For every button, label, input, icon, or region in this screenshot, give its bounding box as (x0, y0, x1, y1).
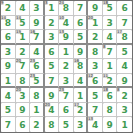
cell-digit: 7 (107, 48, 113, 57)
cell-digit: 4 (63, 19, 69, 28)
cell-r8c4[interactable]: 204 (45, 103, 60, 118)
cell-r7c2[interactable]: 203 (16, 88, 31, 103)
cell-r4c5[interactable]: 1 (59, 45, 74, 60)
cell-digit: 5 (77, 33, 83, 42)
cell-r6c9[interactable]: 9 (117, 74, 132, 89)
cell-digit: 3 (77, 121, 83, 130)
cell-digit: 8 (33, 92, 39, 101)
cell-r2c8[interactable]: 3 (103, 16, 118, 31)
cell-digit: 2 (122, 92, 128, 101)
cell-digit: 1 (5, 77, 11, 86)
cell-r3c9[interactable]: 178 (117, 30, 132, 45)
cell-digit: 8 (5, 19, 11, 28)
cell-r5c2[interactable]: 207 (16, 59, 31, 74)
cell-digit: 6 (122, 4, 128, 13)
cell-r8c1[interactable]: 5 (1, 103, 16, 118)
cell-r7c8[interactable]: 186 (103, 88, 118, 103)
cell-r6c8[interactable]: 112 (103, 74, 118, 89)
cell-r2c3[interactable]: 9 (30, 16, 45, 31)
cell-digit: 7 (48, 77, 54, 86)
cell-r1c2[interactable]: 4 (16, 1, 31, 16)
cell-digit: 3 (48, 33, 54, 42)
killer-sudoku-board: 9243312487918561481459210462013761511673… (0, 0, 133, 133)
cell-digit: 2 (19, 48, 25, 57)
cell-digit: 2 (77, 106, 83, 115)
cell-digit: 7 (92, 106, 98, 115)
cell-digit: 5 (19, 19, 25, 28)
cell-digit: 7 (122, 19, 128, 28)
cell-digit: 3 (33, 4, 39, 13)
cell-digit: 5 (107, 4, 113, 13)
cell-digit: 6 (107, 92, 113, 101)
cell-digit: 1 (63, 48, 69, 57)
cell-digit: 9 (122, 77, 128, 86)
sudoku-grid: 9243312487918561481459210462013761511673… (1, 1, 132, 132)
cell-r5c5[interactable]: 2 (59, 59, 74, 74)
cell-r3c8[interactable]: 4 (103, 30, 118, 45)
cell-digit: 5 (5, 106, 11, 115)
cell-digit: 2 (63, 62, 69, 71)
cell-digit: 9 (5, 62, 11, 71)
cell-r8c6[interactable]: 172 (74, 103, 89, 118)
cell-digit: 6 (19, 121, 25, 130)
cell-digit: 9 (19, 106, 25, 115)
cell-r8c5[interactable]: 6 (59, 103, 74, 118)
cell-digit: 1 (122, 121, 128, 130)
cell-digit: 7 (77, 4, 83, 13)
cell-r2c7[interactable]: 201 (88, 16, 103, 31)
cell-digit: 4 (92, 121, 98, 130)
cell-r7c1[interactable]: 4 (1, 88, 16, 103)
cell-digit: 5 (48, 62, 54, 71)
cell-digit: 9 (107, 121, 113, 130)
cell-r1c5[interactable]: 248 (59, 1, 74, 16)
cell-digit: 6 (92, 77, 98, 86)
cell-r4c8[interactable]: 87 (103, 45, 118, 60)
cell-r9c7[interactable]: 134 (88, 117, 103, 132)
cell-digit: 7 (33, 33, 39, 42)
cell-digit: 4 (33, 48, 39, 57)
cell-digit: 6 (5, 33, 11, 42)
cell-digit: 9 (77, 48, 83, 57)
cell-digit: 1 (48, 4, 54, 13)
cell-r1c9[interactable]: 6 (117, 1, 132, 16)
cage-sum-label: 8 (117, 88, 120, 92)
cell-digit: 6 (33, 62, 39, 71)
cell-digit: 5 (92, 92, 98, 101)
cell-r7c9[interactable]: 82 (117, 88, 132, 103)
cell-r7c7[interactable]: 5 (88, 88, 103, 103)
cell-r5c7[interactable]: 3 (88, 59, 103, 74)
cell-digit: 4 (107, 33, 113, 42)
cell-digit: 6 (77, 19, 83, 28)
cell-r4c7[interactable]: 8 (88, 45, 103, 60)
cell-digit: 1 (77, 92, 83, 101)
cell-digit: 3 (92, 62, 98, 71)
cell-digit: 4 (5, 92, 11, 101)
cell-r9c1[interactable]: 7 (1, 117, 16, 132)
cell-digit: 3 (107, 19, 113, 28)
cell-r4c9[interactable]: 5 (117, 45, 132, 60)
cell-digit: 9 (92, 4, 98, 13)
cell-digit: 8 (92, 48, 98, 57)
cell-digit: 4 (77, 77, 83, 86)
cell-digit: 1 (33, 106, 39, 115)
cell-r9c5[interactable]: 5 (59, 117, 74, 132)
cell-r3c3[interactable]: 167 (30, 30, 45, 45)
cell-r8c9[interactable]: 3 (117, 103, 132, 118)
cell-r3c7[interactable]: 2 (88, 30, 103, 45)
cell-r3c4[interactable]: 3 (45, 30, 60, 45)
cell-r3c6[interactable]: 5 (74, 30, 89, 45)
cell-digit: 3 (122, 106, 128, 115)
cell-r4c6[interactable]: 9 (74, 45, 89, 60)
cell-r6c4[interactable]: 7 (45, 74, 60, 89)
cell-r7c6[interactable]: 1 (74, 88, 89, 103)
cell-digit: 9 (33, 19, 39, 28)
cell-r5c4[interactable]: 5 (45, 59, 60, 74)
cell-r4c1[interactable]: 3 (1, 45, 16, 60)
cell-digit: 9 (48, 92, 54, 101)
cell-r6c7[interactable]: 126 (88, 74, 103, 89)
cell-r3c1[interactable]: 6 (1, 30, 16, 45)
cell-r1c6[interactable]: 7 (74, 1, 89, 16)
cell-digit: 9 (63, 33, 69, 42)
cell-r6c6[interactable]: 4 (74, 74, 89, 89)
cell-r7c5[interactable]: 237 (59, 88, 74, 103)
cell-r2c9[interactable]: 7 (117, 16, 132, 31)
cell-digit: 6 (63, 106, 69, 115)
cell-digit: 1 (107, 62, 113, 71)
cell-r4c4[interactable]: 6 (45, 45, 60, 60)
cell-r7c3[interactable]: 8 (30, 88, 45, 103)
cell-r8c8[interactable]: 8 (103, 103, 118, 118)
cell-r2c6[interactable]: 6 (74, 16, 89, 31)
cell-r1c3[interactable]: 3 (30, 1, 45, 16)
cell-r9c6[interactable]: 3 (74, 117, 89, 132)
cell-r5c8[interactable]: 1 (103, 59, 118, 74)
cell-digit: 5 (63, 121, 69, 130)
cell-r9c4[interactable]: 8 (45, 117, 60, 132)
cell-r1c1[interactable]: 92 (1, 1, 16, 16)
cell-r2c4[interactable]: 2 (45, 16, 60, 31)
cell-r2c5[interactable]: 104 (59, 16, 74, 31)
cell-r9c9[interactable]: 1 (117, 117, 132, 132)
cell-digit: 8 (77, 62, 83, 71)
cell-r9c2[interactable]: 6 (16, 117, 31, 132)
cell-digit: 7 (19, 62, 25, 71)
cell-digit: 3 (5, 48, 11, 57)
cell-digit: 8 (122, 33, 128, 42)
cell-r4c3[interactable]: 4 (30, 45, 45, 60)
cell-r8c3[interactable]: 1 (30, 103, 45, 118)
cell-digit: 1 (92, 19, 98, 28)
cell-r9c3[interactable]: 2 (30, 117, 45, 132)
cell-digit: 2 (33, 121, 39, 130)
cell-digit: 8 (63, 4, 69, 13)
cell-digit: 4 (122, 62, 128, 71)
cell-r8c7[interactable]: 7 (88, 103, 103, 118)
cell-digit: 2 (92, 33, 98, 42)
cell-r2c1[interactable]: 148 (1, 16, 16, 31)
cell-digit: 8 (19, 77, 25, 86)
cell-r1c7[interactable]: 9 (88, 1, 103, 16)
cell-digit: 6 (48, 48, 54, 57)
cell-digit: 7 (63, 92, 69, 101)
cell-r6c1[interactable]: 1 (1, 74, 16, 89)
cell-digit: 2 (48, 19, 54, 28)
cage-sum-label: 9 (1, 1, 4, 5)
cell-digit: 5 (122, 48, 128, 57)
cell-r1c4[interactable]: 31 (45, 1, 60, 16)
cell-r8c2[interactable]: 9 (16, 103, 31, 118)
cell-digit: 5 (33, 77, 39, 86)
cell-r9c8[interactable]: 9 (103, 117, 118, 132)
cell-digit: 3 (63, 77, 69, 86)
cage-sum-label: 3 (45, 1, 48, 5)
cell-r2c2[interactable]: 145 (16, 16, 31, 31)
cell-r1c8[interactable]: 185 (103, 1, 118, 16)
cell-r6c2[interactable]: 8 (16, 74, 31, 89)
cage-sum-label: 8 (103, 45, 106, 49)
cell-digit: 1 (19, 33, 25, 42)
cell-r5c3[interactable]: 236 (30, 59, 45, 74)
cell-r4c2[interactable]: 2 (16, 45, 31, 60)
cell-digit: 8 (107, 106, 113, 115)
cell-digit: 8 (48, 121, 54, 130)
cell-r3c2[interactable]: 151 (16, 30, 31, 45)
cell-digit: 7 (5, 121, 11, 130)
cell-digit: 2 (107, 77, 113, 86)
cell-digit: 4 (48, 106, 54, 115)
cell-digit: 4 (19, 4, 25, 13)
cell-digit: 2 (5, 4, 11, 13)
cell-r6c5[interactable]: 3 (59, 74, 74, 89)
cell-r5c6[interactable]: 168 (74, 59, 89, 74)
cell-r5c1[interactable]: 9 (1, 59, 16, 74)
cell-digit: 3 (19, 92, 25, 101)
cell-r3c5[interactable]: 139 (59, 30, 74, 45)
cell-r5c9[interactable]: 4 (117, 59, 132, 74)
cell-r7c4[interactable]: 9 (45, 88, 60, 103)
cell-r6c3[interactable]: 235 (30, 74, 45, 89)
